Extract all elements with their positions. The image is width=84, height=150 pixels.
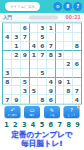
sudoku-cell-r5c4[interactable]: [29, 59, 38, 68]
sudoku-cell-r9c6[interactable]: 6: [46, 95, 55, 104]
sudoku-cell-r7c9[interactable]: [72, 77, 81, 86]
timer-label: 00:21: [65, 15, 81, 20]
top-icon-buttons: ⚙Ⅱ?: [54, 2, 83, 11]
help-button[interactable]: ?: [74, 2, 83, 11]
help-icon: ?: [76, 4, 79, 9]
sudoku-cell-r5c6[interactable]: [46, 59, 55, 68]
hint-icon: ?: [70, 108, 73, 113]
sudoku-cell-r2c8[interactable]: [64, 32, 73, 41]
sudoku-cell-r6c8[interactable]: [64, 68, 73, 77]
sudoku-cell-r6c4[interactable]: [29, 68, 38, 77]
pause-button[interactable]: Ⅱ: [64, 2, 73, 11]
sudoku-cell-r8c7[interactable]: [55, 86, 64, 95]
sudoku-cell-r1c7[interactable]: [55, 24, 64, 33]
sudoku-cell-r7c3[interactable]: 5: [20, 77, 29, 86]
sudoku-cell-r2c6[interactable]: [46, 32, 55, 41]
sudoku-cell-r8c8[interactable]: 8: [64, 86, 73, 95]
sudoku-cell-r3c8[interactable]: [64, 41, 73, 50]
undo-button[interactable]: ↶1つ戻す: [5, 106, 21, 118]
sudoku-cell-r1c3[interactable]: 6: [20, 24, 29, 33]
undo-icon: ↶: [10, 108, 14, 113]
sudoku-cell-r1c5[interactable]: 3: [38, 24, 47, 33]
sudoku-cell-r2c2[interactable]: 3: [12, 32, 21, 41]
memo-label: メモ: [49, 113, 55, 116]
level-label: 入門: [3, 14, 12, 21]
number-button-4[interactable]: 4: [29, 120, 38, 128]
sudoku-cell-r9c5[interactable]: 8: [38, 95, 47, 104]
sudoku-cell-r3c2[interactable]: 1: [12, 41, 21, 50]
sudoku-cell-r1c4[interactable]: [29, 24, 38, 33]
sudoku-cell-r4c2[interactable]: 2: [12, 50, 21, 59]
erase-icon: ▭: [30, 108, 35, 113]
sudoku-cell-r3c5[interactable]: 6: [38, 41, 47, 50]
settings-button[interactable]: ⚙: [54, 2, 63, 11]
sudoku-cell-r2c7[interactable]: [55, 32, 64, 41]
sudoku-cell-r8c1[interactable]: [3, 86, 12, 95]
banner-line2: 毎日脳トレ!: [21, 139, 62, 148]
sudoku-cell-r7c7[interactable]: 9: [55, 77, 64, 86]
sudoku-cell-r4c5[interactable]: 7: [38, 50, 47, 59]
number-button-8[interactable]: 8: [64, 120, 73, 128]
sudoku-cell-r7c6[interactable]: 4: [46, 77, 55, 86]
undo-label: 1つ戻す: [8, 113, 18, 116]
sudoku-cell-r8c9[interactable]: 7: [72, 86, 81, 95]
sudoku-cell-r7c2[interactable]: [12, 77, 21, 86]
sudoku-cell-r7c1[interactable]: 8: [3, 77, 12, 86]
sudoku-cell-r8c2[interactable]: [12, 86, 21, 95]
number-button-1[interactable]: 1: [2, 120, 11, 128]
number-button-7[interactable]: 7: [55, 120, 64, 128]
sudoku-cell-r1c8[interactable]: 7: [64, 24, 73, 33]
sudoku-cell-r2c1[interactable]: 4: [3, 32, 12, 41]
sudoku-cell-r9c7[interactable]: [55, 95, 64, 104]
hint-button[interactable]: ?ヒント: [63, 106, 79, 118]
sudoku-cell-r2c9[interactable]: [72, 32, 81, 41]
sudoku-cell-r5c8[interactable]: 2: [64, 59, 73, 68]
hint-badge: [77, 105, 81, 109]
sudoku-cell-r4c6[interactable]: 8: [46, 50, 55, 59]
erase-label: 消す: [29, 113, 34, 116]
number-button-2[interactable]: 2: [11, 120, 20, 128]
sudoku-cell-r8c5[interactable]: [38, 86, 47, 95]
sudoku-cell-r8c6[interactable]: 9: [46, 86, 55, 95]
settings-icon: ⚙: [56, 4, 60, 9]
sudoku-cell-r6c9[interactable]: [72, 68, 81, 77]
pause-icon: Ⅱ: [66, 4, 69, 9]
sudoku-cell-r5c7[interactable]: [55, 59, 64, 68]
sudoku-cell-r3c4[interactable]: 4: [29, 41, 38, 50]
sudoku-cell-r3c9[interactable]: 8: [72, 41, 81, 50]
sudoku-cell-r4c9[interactable]: [72, 50, 81, 59]
toolbar: ↶1つ戻す▭消す✎メモ?ヒント: [0, 106, 84, 119]
sudoku-cell-r1c9[interactable]: [72, 24, 81, 33]
sudoku-cell-r5c1[interactable]: [3, 59, 12, 68]
sudoku-cell-r1c1[interactable]: [3, 24, 12, 33]
top-bar: タイトルに戻る ⚙Ⅱ?: [0, 0, 84, 13]
ad-banner[interactable]: 定番のナンプレで 毎日脳トレ!: [0, 128, 84, 150]
sudoku-cell-r5c2[interactable]: [12, 59, 21, 68]
sudoku-cell-r8c3[interactable]: 3: [20, 86, 29, 95]
sudoku-cell-r7c5[interactable]: [38, 77, 47, 86]
sudoku-cell-r8c4[interactable]: 5: [29, 86, 38, 95]
sudoku-cell-r4c3[interactable]: 9: [20, 50, 29, 59]
sudoku-cell-r9c8[interactable]: [64, 95, 73, 104]
number-button-6[interactable]: 6: [46, 120, 55, 128]
sudoku-cell-r6c7[interactable]: [55, 68, 64, 77]
sudoku-cell-r9c9[interactable]: 4: [72, 95, 81, 104]
sudoku-cell-r6c6[interactable]: [46, 68, 55, 77]
erase-button[interactable]: ▭消す: [24, 106, 40, 118]
sudoku-cell-r2c4[interactable]: [29, 32, 38, 41]
sudoku-cell-r3c3[interactable]: [20, 41, 29, 50]
sudoku-board: 63174375146782917832635854913598779864: [2, 23, 82, 105]
sudoku-cell-r7c8[interactable]: 1: [64, 77, 73, 86]
sudoku-cell-r6c1[interactable]: 3: [3, 68, 12, 77]
number-button-9[interactable]: 9: [73, 120, 82, 128]
sudoku-cell-r5c5[interactable]: [38, 59, 47, 68]
sudoku-cell-r9c3[interactable]: [20, 95, 29, 104]
sudoku-cell-r1c2[interactable]: [12, 24, 21, 33]
sudoku-cell-r3c7[interactable]: [55, 41, 64, 50]
sudoku-cell-r4c4[interactable]: 1: [29, 50, 38, 59]
app-root: タイトルに戻る ⚙Ⅱ? 入門 00:21 6317437514678291783…: [0, 0, 84, 150]
sudoku-cell-r4c1[interactable]: [3, 50, 12, 59]
progress-bar: [29, 16, 58, 20]
number-button-3[interactable]: 3: [20, 120, 29, 128]
sudoku-cell-r2c3[interactable]: 7: [20, 32, 29, 41]
sudoku-cell-r3c6[interactable]: 7: [46, 41, 55, 50]
sudoku-cell-r9c2[interactable]: 9: [12, 95, 21, 104]
sudoku-cell-r4c7[interactable]: 3: [55, 50, 64, 59]
sudoku-cell-r2c5[interactable]: 5: [38, 32, 47, 41]
number-button-5[interactable]: 5: [38, 120, 47, 128]
sudoku-cell-r6c3[interactable]: [20, 68, 29, 77]
number-pad: 123456789: [2, 120, 82, 128]
memo-button[interactable]: ✎メモ: [44, 106, 60, 118]
sudoku-cell-r6c2[interactable]: [12, 68, 21, 77]
sudoku-cell-r4c8[interactable]: [64, 50, 73, 59]
sudoku-cell-r6c5[interactable]: 5: [38, 68, 47, 77]
sudoku-cell-r5c9[interactable]: 6: [72, 59, 81, 68]
status-bar: 入門 00:21: [0, 13, 84, 22]
sudoku-cell-r9c4[interactable]: [29, 95, 38, 104]
sudoku-cell-r5c3[interactable]: [20, 59, 29, 68]
sudoku-cell-r9c1[interactable]: 7: [3, 95, 12, 104]
sudoku-cell-r3c1[interactable]: [3, 41, 12, 50]
memo-icon: ✎: [50, 108, 54, 113]
sudoku-cell-r1c6[interactable]: 1: [46, 24, 55, 33]
back-to-title-button[interactable]: タイトルに戻る: [5, 2, 40, 11]
sudoku-cell-r7c4[interactable]: [29, 77, 38, 86]
hint-label: ヒント: [67, 113, 75, 116]
